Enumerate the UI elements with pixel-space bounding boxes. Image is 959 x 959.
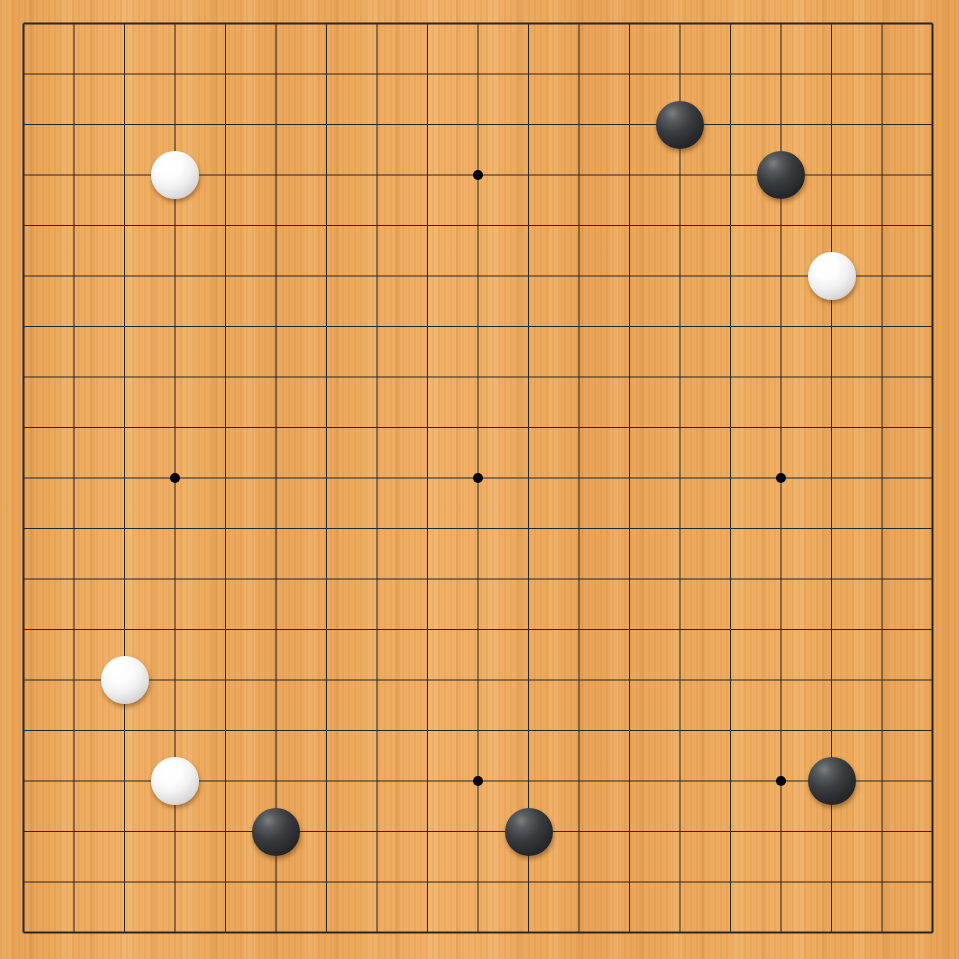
intersection-o16[interactable] bbox=[655, 150, 706, 201]
intersection-n14[interactable] bbox=[604, 251, 655, 302]
intersection-l5[interactable] bbox=[503, 705, 554, 756]
intersection-s8[interactable] bbox=[857, 554, 908, 605]
intersection-l19[interactable] bbox=[503, 0, 554, 49]
intersection-e18[interactable] bbox=[200, 49, 251, 100]
intersection-m16[interactable] bbox=[554, 150, 605, 201]
intersection-s16[interactable] bbox=[857, 150, 908, 201]
intersection-m17[interactable] bbox=[554, 99, 605, 150]
intersection-g16[interactable] bbox=[301, 150, 352, 201]
intersection-m1[interactable] bbox=[554, 907, 605, 958]
intersection-g15[interactable] bbox=[301, 200, 352, 251]
intersection-e4[interactable] bbox=[200, 756, 251, 807]
intersection-j15[interactable] bbox=[402, 200, 453, 251]
intersection-q1[interactable] bbox=[756, 907, 807, 958]
intersection-b9[interactable] bbox=[49, 503, 100, 554]
intersection-j9[interactable] bbox=[402, 503, 453, 554]
intersection-r15[interactable] bbox=[806, 200, 857, 251]
intersection-b16[interactable] bbox=[49, 150, 100, 201]
intersection-q8[interactable] bbox=[756, 554, 807, 605]
intersection-d8[interactable] bbox=[150, 554, 201, 605]
intersection-g13[interactable] bbox=[301, 301, 352, 352]
intersection-q2[interactable] bbox=[756, 857, 807, 908]
intersection-t15[interactable] bbox=[907, 200, 958, 251]
intersection-r16[interactable] bbox=[806, 150, 857, 201]
intersection-s17[interactable] bbox=[857, 99, 908, 150]
intersection-b12[interactable] bbox=[49, 352, 100, 403]
intersection-h3[interactable] bbox=[352, 806, 403, 857]
intersection-r12[interactable] bbox=[806, 352, 857, 403]
intersection-f1[interactable] bbox=[251, 907, 302, 958]
intersection-d10[interactable] bbox=[150, 453, 201, 504]
intersection-s18[interactable] bbox=[857, 49, 908, 100]
intersection-g4[interactable] bbox=[301, 756, 352, 807]
intersection-o4[interactable] bbox=[655, 756, 706, 807]
intersection-s12[interactable] bbox=[857, 352, 908, 403]
intersection-l16[interactable] bbox=[503, 150, 554, 201]
intersection-r1[interactable] bbox=[806, 907, 857, 958]
intersection-o17[interactable] bbox=[655, 99, 706, 150]
intersection-g7[interactable] bbox=[301, 604, 352, 655]
intersection-b13[interactable] bbox=[49, 301, 100, 352]
intersection-o15[interactable] bbox=[655, 200, 706, 251]
intersection-j10[interactable] bbox=[402, 453, 453, 504]
intersection-s4[interactable] bbox=[857, 756, 908, 807]
intersection-k10[interactable] bbox=[453, 453, 504, 504]
intersection-b17[interactable] bbox=[49, 99, 100, 150]
intersection-p6[interactable] bbox=[705, 655, 756, 706]
intersection-t10[interactable] bbox=[907, 453, 958, 504]
intersection-b14[interactable] bbox=[49, 251, 100, 302]
intersection-h7[interactable] bbox=[352, 604, 403, 655]
intersection-c16[interactable] bbox=[99, 150, 150, 201]
intersection-g8[interactable] bbox=[301, 554, 352, 605]
intersection-l6[interactable] bbox=[503, 655, 554, 706]
intersection-a12[interactable] bbox=[0, 352, 49, 403]
intersection-p2[interactable] bbox=[705, 857, 756, 908]
intersection-e13[interactable] bbox=[200, 301, 251, 352]
intersection-s1[interactable] bbox=[857, 907, 908, 958]
intersection-n15[interactable] bbox=[604, 200, 655, 251]
intersection-k19[interactable] bbox=[453, 0, 504, 49]
intersection-d2[interactable] bbox=[150, 857, 201, 908]
intersection-l18[interactable] bbox=[503, 49, 554, 100]
intersection-d16[interactable] bbox=[150, 150, 201, 201]
intersection-p19[interactable] bbox=[705, 0, 756, 49]
intersection-a17[interactable] bbox=[0, 99, 49, 150]
intersection-r18[interactable] bbox=[806, 49, 857, 100]
intersection-l13[interactable] bbox=[503, 301, 554, 352]
intersection-h12[interactable] bbox=[352, 352, 403, 403]
intersection-b18[interactable] bbox=[49, 49, 100, 100]
intersection-a4[interactable] bbox=[0, 756, 49, 807]
intersection-a1[interactable] bbox=[0, 907, 49, 958]
intersection-c17[interactable] bbox=[99, 99, 150, 150]
intersection-e9[interactable] bbox=[200, 503, 251, 554]
intersection-m18[interactable] bbox=[554, 49, 605, 100]
intersection-j19[interactable] bbox=[402, 0, 453, 49]
intersection-e3[interactable] bbox=[200, 806, 251, 857]
intersection-e16[interactable] bbox=[200, 150, 251, 201]
intersection-d14[interactable] bbox=[150, 251, 201, 302]
intersection-l9[interactable] bbox=[503, 503, 554, 554]
intersection-a14[interactable] bbox=[0, 251, 49, 302]
intersection-p15[interactable] bbox=[705, 200, 756, 251]
intersection-k8[interactable] bbox=[453, 554, 504, 605]
intersection-o6[interactable] bbox=[655, 655, 706, 706]
intersection-r17[interactable] bbox=[806, 99, 857, 150]
intersection-g3[interactable] bbox=[301, 806, 352, 857]
intersection-p18[interactable] bbox=[705, 49, 756, 100]
intersection-g6[interactable] bbox=[301, 655, 352, 706]
intersection-k14[interactable] bbox=[453, 251, 504, 302]
intersection-o2[interactable] bbox=[655, 857, 706, 908]
intersection-o3[interactable] bbox=[655, 806, 706, 857]
intersection-j5[interactable] bbox=[402, 705, 453, 756]
intersection-h2[interactable] bbox=[352, 857, 403, 908]
intersection-c18[interactable] bbox=[99, 49, 150, 100]
intersection-r10[interactable] bbox=[806, 453, 857, 504]
intersection-q12[interactable] bbox=[756, 352, 807, 403]
intersection-b15[interactable] bbox=[49, 200, 100, 251]
intersection-f19[interactable] bbox=[251, 0, 302, 49]
intersection-l2[interactable] bbox=[503, 857, 554, 908]
intersection-s10[interactable] bbox=[857, 453, 908, 504]
intersection-a9[interactable] bbox=[0, 503, 49, 554]
intersection-h13[interactable] bbox=[352, 301, 403, 352]
intersection-q15[interactable] bbox=[756, 200, 807, 251]
intersection-j3[interactable] bbox=[402, 806, 453, 857]
intersection-t1[interactable] bbox=[907, 907, 958, 958]
intersection-h5[interactable] bbox=[352, 705, 403, 756]
intersection-p3[interactable] bbox=[705, 806, 756, 857]
intersection-p17[interactable] bbox=[705, 99, 756, 150]
intersection-a10[interactable] bbox=[0, 453, 49, 504]
intersection-b11[interactable] bbox=[49, 402, 100, 453]
intersection-m10[interactable] bbox=[554, 453, 605, 504]
intersection-g19[interactable] bbox=[301, 0, 352, 49]
intersection-d19[interactable] bbox=[150, 0, 201, 49]
intersection-e14[interactable] bbox=[200, 251, 251, 302]
intersection-c2[interactable] bbox=[99, 857, 150, 908]
intersection-c8[interactable] bbox=[99, 554, 150, 605]
intersection-j17[interactable] bbox=[402, 99, 453, 150]
intersection-d11[interactable] bbox=[150, 402, 201, 453]
intersection-e6[interactable] bbox=[200, 655, 251, 706]
intersection-o1[interactable] bbox=[655, 907, 706, 958]
intersection-t7[interactable] bbox=[907, 604, 958, 655]
intersection-q5[interactable] bbox=[756, 705, 807, 756]
intersection-r5[interactable] bbox=[806, 705, 857, 756]
intersection-d3[interactable] bbox=[150, 806, 201, 857]
intersection-j6[interactable] bbox=[402, 655, 453, 706]
intersection-t13[interactable] bbox=[907, 301, 958, 352]
intersection-k5[interactable] bbox=[453, 705, 504, 756]
intersection-n3[interactable] bbox=[604, 806, 655, 857]
intersection-s5[interactable] bbox=[857, 705, 908, 756]
intersection-s2[interactable] bbox=[857, 857, 908, 908]
intersection-c19[interactable] bbox=[99, 0, 150, 49]
intersection-m4[interactable] bbox=[554, 756, 605, 807]
intersection-t17[interactable] bbox=[907, 99, 958, 150]
intersection-d12[interactable] bbox=[150, 352, 201, 403]
intersection-h10[interactable] bbox=[352, 453, 403, 504]
intersection-d7[interactable] bbox=[150, 604, 201, 655]
intersection-o18[interactable] bbox=[655, 49, 706, 100]
intersection-e8[interactable] bbox=[200, 554, 251, 605]
intersection-k3[interactable] bbox=[453, 806, 504, 857]
intersection-e19[interactable] bbox=[200, 0, 251, 49]
intersection-b19[interactable] bbox=[49, 0, 100, 49]
intersection-p8[interactable] bbox=[705, 554, 756, 605]
intersection-t18[interactable] bbox=[907, 49, 958, 100]
intersection-g12[interactable] bbox=[301, 352, 352, 403]
intersection-m11[interactable] bbox=[554, 402, 605, 453]
intersection-e1[interactable] bbox=[200, 907, 251, 958]
intersection-q4[interactable] bbox=[756, 756, 807, 807]
intersection-n17[interactable] bbox=[604, 99, 655, 150]
intersection-b5[interactable] bbox=[49, 705, 100, 756]
intersection-e15[interactable] bbox=[200, 200, 251, 251]
intersection-c3[interactable] bbox=[99, 806, 150, 857]
intersection-o5[interactable] bbox=[655, 705, 706, 756]
intersection-j1[interactable] bbox=[402, 907, 453, 958]
intersection-c1[interactable] bbox=[99, 907, 150, 958]
intersection-k13[interactable] bbox=[453, 301, 504, 352]
intersection-a8[interactable] bbox=[0, 554, 49, 605]
intersection-k11[interactable] bbox=[453, 402, 504, 453]
intersection-q18[interactable] bbox=[756, 49, 807, 100]
intersection-f17[interactable] bbox=[251, 99, 302, 150]
intersection-a19[interactable] bbox=[0, 0, 49, 49]
intersection-a15[interactable] bbox=[0, 200, 49, 251]
intersection-n19[interactable] bbox=[604, 0, 655, 49]
intersection-b3[interactable] bbox=[49, 806, 100, 857]
intersection-h11[interactable] bbox=[352, 402, 403, 453]
intersection-r7[interactable] bbox=[806, 604, 857, 655]
intersection-p10[interactable] bbox=[705, 453, 756, 504]
intersection-h17[interactable] bbox=[352, 99, 403, 150]
intersection-e12[interactable] bbox=[200, 352, 251, 403]
intersection-p13[interactable] bbox=[705, 301, 756, 352]
intersection-l7[interactable] bbox=[503, 604, 554, 655]
intersection-g10[interactable] bbox=[301, 453, 352, 504]
intersection-f5[interactable] bbox=[251, 705, 302, 756]
intersection-g1[interactable] bbox=[301, 907, 352, 958]
intersection-n10[interactable] bbox=[604, 453, 655, 504]
intersection-c13[interactable] bbox=[99, 301, 150, 352]
intersection-m14[interactable] bbox=[554, 251, 605, 302]
intersection-s13[interactable] bbox=[857, 301, 908, 352]
intersection-p11[interactable] bbox=[705, 402, 756, 453]
intersection-q10[interactable] bbox=[756, 453, 807, 504]
intersection-j8[interactable] bbox=[402, 554, 453, 605]
intersection-o10[interactable] bbox=[655, 453, 706, 504]
intersection-j7[interactable] bbox=[402, 604, 453, 655]
intersection-b4[interactable] bbox=[49, 756, 100, 807]
intersection-g18[interactable] bbox=[301, 49, 352, 100]
intersection-e7[interactable] bbox=[200, 604, 251, 655]
intersection-r2[interactable] bbox=[806, 857, 857, 908]
intersection-g14[interactable] bbox=[301, 251, 352, 302]
intersection-d13[interactable] bbox=[150, 301, 201, 352]
intersection-k6[interactable] bbox=[453, 655, 504, 706]
intersection-b7[interactable] bbox=[49, 604, 100, 655]
intersection-p4[interactable] bbox=[705, 756, 756, 807]
intersection-e5[interactable] bbox=[200, 705, 251, 756]
intersection-f2[interactable] bbox=[251, 857, 302, 908]
intersection-g17[interactable] bbox=[301, 99, 352, 150]
intersection-j16[interactable] bbox=[402, 150, 453, 201]
intersection-s11[interactable] bbox=[857, 402, 908, 453]
intersection-c7[interactable] bbox=[99, 604, 150, 655]
intersection-h14[interactable] bbox=[352, 251, 403, 302]
intersection-s3[interactable] bbox=[857, 806, 908, 857]
intersection-a18[interactable] bbox=[0, 49, 49, 100]
intersection-c10[interactable] bbox=[99, 453, 150, 504]
intersection-n18[interactable] bbox=[604, 49, 655, 100]
intersection-d4[interactable] bbox=[150, 756, 201, 807]
intersection-d9[interactable] bbox=[150, 503, 201, 554]
intersection-k7[interactable] bbox=[453, 604, 504, 655]
intersection-k1[interactable] bbox=[453, 907, 504, 958]
intersection-c15[interactable] bbox=[99, 200, 150, 251]
intersection-o11[interactable] bbox=[655, 402, 706, 453]
intersection-o9[interactable] bbox=[655, 503, 706, 554]
intersection-f3[interactable] bbox=[251, 806, 302, 857]
intersection-n8[interactable] bbox=[604, 554, 655, 605]
intersection-a5[interactable] bbox=[0, 705, 49, 756]
intersection-n4[interactable] bbox=[604, 756, 655, 807]
intersection-r6[interactable] bbox=[806, 655, 857, 706]
intersection-n12[interactable] bbox=[604, 352, 655, 403]
intersection-o14[interactable] bbox=[655, 251, 706, 302]
intersection-l10[interactable] bbox=[503, 453, 554, 504]
intersection-m6[interactable] bbox=[554, 655, 605, 706]
intersection-t8[interactable] bbox=[907, 554, 958, 605]
intersection-h9[interactable] bbox=[352, 503, 403, 554]
intersection-m3[interactable] bbox=[554, 806, 605, 857]
intersection-f6[interactable] bbox=[251, 655, 302, 706]
intersection-s19[interactable] bbox=[857, 0, 908, 49]
intersection-t4[interactable] bbox=[907, 756, 958, 807]
intersection-q7[interactable] bbox=[756, 604, 807, 655]
intersection-d6[interactable] bbox=[150, 655, 201, 706]
intersection-e2[interactable] bbox=[200, 857, 251, 908]
intersection-r19[interactable] bbox=[806, 0, 857, 49]
intersection-s9[interactable] bbox=[857, 503, 908, 554]
intersection-m8[interactable] bbox=[554, 554, 605, 605]
intersection-r9[interactable] bbox=[806, 503, 857, 554]
intersection-f10[interactable] bbox=[251, 453, 302, 504]
intersection-c6[interactable] bbox=[99, 655, 150, 706]
intersection-o7[interactable] bbox=[655, 604, 706, 655]
intersection-c4[interactable] bbox=[99, 756, 150, 807]
intersection-p1[interactable] bbox=[705, 907, 756, 958]
intersection-b1[interactable] bbox=[49, 907, 100, 958]
intersection-f7[interactable] bbox=[251, 604, 302, 655]
intersection-q16[interactable] bbox=[756, 150, 807, 201]
intersection-n13[interactable] bbox=[604, 301, 655, 352]
intersection-t11[interactable] bbox=[907, 402, 958, 453]
intersection-q3[interactable] bbox=[756, 806, 807, 857]
intersection-l14[interactable] bbox=[503, 251, 554, 302]
intersection-f14[interactable] bbox=[251, 251, 302, 302]
intersection-p7[interactable] bbox=[705, 604, 756, 655]
intersection-h6[interactable] bbox=[352, 655, 403, 706]
intersection-k18[interactable] bbox=[453, 49, 504, 100]
intersection-r4[interactable] bbox=[806, 756, 857, 807]
intersection-d18[interactable] bbox=[150, 49, 201, 100]
intersection-q19[interactable] bbox=[756, 0, 807, 49]
intersection-d1[interactable] bbox=[150, 907, 201, 958]
intersection-j18[interactable] bbox=[402, 49, 453, 100]
intersection-n6[interactable] bbox=[604, 655, 655, 706]
intersection-m9[interactable] bbox=[554, 503, 605, 554]
intersection-m19[interactable] bbox=[554, 0, 605, 49]
intersection-f8[interactable] bbox=[251, 554, 302, 605]
intersection-c11[interactable] bbox=[99, 402, 150, 453]
intersection-j2[interactable] bbox=[402, 857, 453, 908]
go-board[interactable] bbox=[0, 0, 959, 959]
intersection-j12[interactable] bbox=[402, 352, 453, 403]
intersection-p9[interactable] bbox=[705, 503, 756, 554]
intersection-k15[interactable] bbox=[453, 200, 504, 251]
intersection-f13[interactable] bbox=[251, 301, 302, 352]
intersection-l1[interactable] bbox=[503, 907, 554, 958]
intersection-t6[interactable] bbox=[907, 655, 958, 706]
intersection-h4[interactable] bbox=[352, 756, 403, 807]
intersection-a6[interactable] bbox=[0, 655, 49, 706]
intersection-r13[interactable] bbox=[806, 301, 857, 352]
intersection-q17[interactable] bbox=[756, 99, 807, 150]
intersection-d15[interactable] bbox=[150, 200, 201, 251]
intersection-c12[interactable] bbox=[99, 352, 150, 403]
intersection-p5[interactable] bbox=[705, 705, 756, 756]
intersection-d5[interactable] bbox=[150, 705, 201, 756]
intersection-q14[interactable] bbox=[756, 251, 807, 302]
intersection-j14[interactable] bbox=[402, 251, 453, 302]
intersection-s14[interactable] bbox=[857, 251, 908, 302]
intersection-f12[interactable] bbox=[251, 352, 302, 403]
intersection-e11[interactable] bbox=[200, 402, 251, 453]
intersection-f11[interactable] bbox=[251, 402, 302, 453]
intersection-b2[interactable] bbox=[49, 857, 100, 908]
intersection-p14[interactable] bbox=[705, 251, 756, 302]
intersection-f15[interactable] bbox=[251, 200, 302, 251]
intersection-q9[interactable] bbox=[756, 503, 807, 554]
intersection-r14[interactable] bbox=[806, 251, 857, 302]
intersection-l3[interactable] bbox=[503, 806, 554, 857]
intersection-p12[interactable] bbox=[705, 352, 756, 403]
intersection-r8[interactable] bbox=[806, 554, 857, 605]
intersection-n11[interactable] bbox=[604, 402, 655, 453]
intersection-s15[interactable] bbox=[857, 200, 908, 251]
intersection-t19[interactable] bbox=[907, 0, 958, 49]
intersection-k2[interactable] bbox=[453, 857, 504, 908]
intersection-l11[interactable] bbox=[503, 402, 554, 453]
intersection-e10[interactable] bbox=[200, 453, 251, 504]
intersection-a13[interactable] bbox=[0, 301, 49, 352]
intersection-a3[interactable] bbox=[0, 806, 49, 857]
intersection-a7[interactable] bbox=[0, 604, 49, 655]
intersection-k16[interactable] bbox=[453, 150, 504, 201]
intersection-j13[interactable] bbox=[402, 301, 453, 352]
intersection-b6[interactable] bbox=[49, 655, 100, 706]
intersection-o8[interactable] bbox=[655, 554, 706, 605]
intersection-s6[interactable] bbox=[857, 655, 908, 706]
intersection-c9[interactable] bbox=[99, 503, 150, 554]
intersection-h8[interactable] bbox=[352, 554, 403, 605]
